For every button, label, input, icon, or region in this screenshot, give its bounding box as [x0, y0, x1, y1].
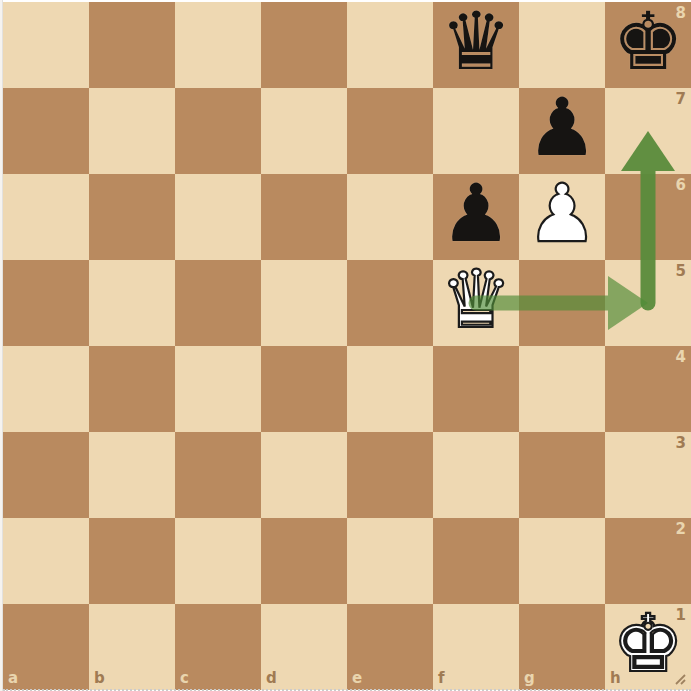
square-h3[interactable]: 3	[605, 432, 691, 518]
square-h6[interactable]: 6	[605, 174, 691, 260]
square-g7[interactable]: ♟	[519, 88, 605, 174]
square-e3[interactable]	[347, 432, 433, 518]
file-label-e: e	[352, 671, 362, 686]
square-d1[interactable]: d	[261, 604, 347, 690]
square-b5[interactable]	[89, 260, 175, 346]
file-label-c: c	[180, 671, 189, 686]
square-h5[interactable]: 5	[605, 260, 691, 346]
rank-label-7: 7	[676, 92, 686, 107]
chess-board: ♛8♚♟7♟♟6♛5432abcdefg1h♚	[3, 2, 691, 690]
rank-label-5: 5	[676, 264, 686, 279]
square-g1[interactable]: g	[519, 604, 605, 690]
square-h7[interactable]: 7	[605, 88, 691, 174]
file-label-b: b	[94, 671, 105, 686]
square-g6[interactable]: ♟	[519, 174, 605, 260]
square-d3[interactable]	[261, 432, 347, 518]
square-c3[interactable]	[175, 432, 261, 518]
square-b2[interactable]	[89, 518, 175, 604]
square-f7[interactable]	[433, 88, 519, 174]
square-a4[interactable]	[3, 346, 89, 432]
square-g4[interactable]	[519, 346, 605, 432]
rank-label-4: 4	[676, 350, 686, 365]
square-d7[interactable]	[261, 88, 347, 174]
square-e8[interactable]	[347, 2, 433, 88]
square-b7[interactable]	[89, 88, 175, 174]
rank-label-3: 3	[676, 436, 686, 451]
black-queen[interactable]: ♛	[440, 0, 512, 85]
black-king[interactable]: ♚	[612, 0, 684, 85]
square-c8[interactable]	[175, 2, 261, 88]
white-queen[interactable]: ♛	[440, 257, 512, 343]
square-c1[interactable]: c	[175, 604, 261, 690]
white-pawn[interactable]: ♟	[526, 171, 598, 257]
square-h4[interactable]: 4	[605, 346, 691, 432]
square-e6[interactable]	[347, 174, 433, 260]
square-g5[interactable]	[519, 260, 605, 346]
square-d4[interactable]	[261, 346, 347, 432]
file-label-g: g	[524, 671, 535, 686]
square-f5[interactable]: ♛	[433, 260, 519, 346]
square-c5[interactable]	[175, 260, 261, 346]
square-a6[interactable]	[3, 174, 89, 260]
square-c7[interactable]	[175, 88, 261, 174]
square-d6[interactable]	[261, 174, 347, 260]
square-c2[interactable]	[175, 518, 261, 604]
square-e1[interactable]: e	[347, 604, 433, 690]
square-d5[interactable]	[261, 260, 347, 346]
square-e7[interactable]	[347, 88, 433, 174]
square-c4[interactable]	[175, 346, 261, 432]
square-a3[interactable]	[3, 432, 89, 518]
square-f6[interactable]: ♟	[433, 174, 519, 260]
black-pawn[interactable]: ♟	[440, 171, 512, 257]
square-c6[interactable]	[175, 174, 261, 260]
chess-board-container: ♛8♚♟7♟♟6♛5432abcdefg1h♚	[3, 2, 691, 690]
square-f4[interactable]	[433, 346, 519, 432]
square-d2[interactable]	[261, 518, 347, 604]
square-g2[interactable]	[519, 518, 605, 604]
square-b4[interactable]	[89, 346, 175, 432]
black-pawn[interactable]: ♟	[526, 85, 598, 171]
square-g8[interactable]	[519, 2, 605, 88]
square-a1[interactable]: a	[3, 604, 89, 690]
square-f3[interactable]	[433, 432, 519, 518]
square-h2[interactable]: 2	[605, 518, 691, 604]
square-f1[interactable]: f	[433, 604, 519, 690]
file-label-a: a	[8, 671, 18, 686]
square-g3[interactable]	[519, 432, 605, 518]
square-a8[interactable]	[3, 2, 89, 88]
square-f2[interactable]	[433, 518, 519, 604]
rank-label-2: 2	[676, 522, 686, 537]
square-e4[interactable]	[347, 346, 433, 432]
square-a7[interactable]	[3, 88, 89, 174]
file-label-d: d	[266, 671, 277, 686]
square-b3[interactable]	[89, 432, 175, 518]
square-d8[interactable]	[261, 2, 347, 88]
square-a2[interactable]	[3, 518, 89, 604]
square-b6[interactable]	[89, 174, 175, 260]
board-resize-grip-icon[interactable]	[672, 671, 688, 687]
square-a5[interactable]	[3, 260, 89, 346]
square-e5[interactable]	[347, 260, 433, 346]
square-b1[interactable]: b	[89, 604, 175, 690]
square-e2[interactable]	[347, 518, 433, 604]
square-f8[interactable]: ♛	[433, 2, 519, 88]
square-b8[interactable]	[89, 2, 175, 88]
rank-label-6: 6	[676, 178, 686, 193]
square-h8[interactable]: 8♚	[605, 2, 691, 88]
file-label-f: f	[438, 671, 445, 686]
